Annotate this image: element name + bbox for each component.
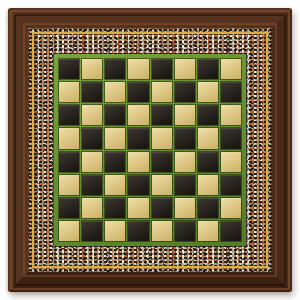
square-c1[interactable] — [105, 221, 125, 241]
square-h8[interactable] — [221, 59, 241, 79]
square-f8[interactable] — [175, 59, 195, 79]
square-c5[interactable] — [105, 128, 125, 148]
square-b6[interactable] — [82, 105, 102, 125]
square-a6[interactable] — [59, 105, 79, 125]
square-g7[interactable] — [198, 82, 218, 102]
square-c7[interactable] — [105, 82, 125, 102]
board-grid — [59, 59, 241, 241]
square-e8[interactable] — [152, 59, 172, 79]
square-g3[interactable] — [198, 175, 218, 195]
square-g5[interactable] — [198, 128, 218, 148]
square-e2[interactable] — [152, 198, 172, 218]
square-d5[interactable] — [128, 128, 148, 148]
square-f5[interactable] — [175, 128, 195, 148]
square-h5[interactable] — [221, 128, 241, 148]
square-g8[interactable] — [198, 59, 218, 79]
square-b7[interactable] — [82, 82, 102, 102]
square-d3[interactable] — [128, 175, 148, 195]
square-b5[interactable] — [82, 128, 102, 148]
square-a4[interactable] — [59, 152, 79, 172]
square-g1[interactable] — [198, 221, 218, 241]
square-a1[interactable] — [59, 221, 79, 241]
square-f3[interactable] — [175, 175, 195, 195]
square-f2[interactable] — [175, 198, 195, 218]
square-h7[interactable] — [221, 82, 241, 102]
square-e4[interactable] — [152, 152, 172, 172]
square-d2[interactable] — [128, 198, 148, 218]
square-a2[interactable] — [59, 198, 79, 218]
square-h1[interactable] — [221, 221, 241, 241]
checkerboard — [54, 54, 246, 246]
square-c6[interactable] — [105, 105, 125, 125]
square-e1[interactable] — [152, 221, 172, 241]
photo-background — [0, 0, 300, 300]
square-e5[interactable] — [152, 128, 172, 148]
square-c2[interactable] — [105, 198, 125, 218]
square-b2[interactable] — [82, 198, 102, 218]
square-c4[interactable] — [105, 152, 125, 172]
square-d7[interactable] — [128, 82, 148, 102]
square-b8[interactable] — [82, 59, 102, 79]
square-h2[interactable] — [221, 198, 241, 218]
square-b1[interactable] — [82, 221, 102, 241]
square-c3[interactable] — [105, 175, 125, 195]
square-d1[interactable] — [128, 221, 148, 241]
square-c8[interactable] — [105, 59, 125, 79]
square-e3[interactable] — [152, 175, 172, 195]
square-e6[interactable] — [152, 105, 172, 125]
square-h4[interactable] — [221, 152, 241, 172]
square-a3[interactable] — [59, 175, 79, 195]
square-d8[interactable] — [128, 59, 148, 79]
square-g2[interactable] — [198, 198, 218, 218]
square-a7[interactable] — [59, 82, 79, 102]
square-g6[interactable] — [198, 105, 218, 125]
square-f4[interactable] — [175, 152, 195, 172]
square-b4[interactable] — [82, 152, 102, 172]
square-a5[interactable] — [59, 128, 79, 148]
square-d4[interactable] — [128, 152, 148, 172]
square-h3[interactable] — [221, 175, 241, 195]
square-f7[interactable] — [175, 82, 195, 102]
square-b3[interactable] — [82, 175, 102, 195]
square-g4[interactable] — [198, 152, 218, 172]
square-f1[interactable] — [175, 221, 195, 241]
square-f6[interactable] — [175, 105, 195, 125]
square-d6[interactable] — [128, 105, 148, 125]
square-h6[interactable] — [221, 105, 241, 125]
square-e7[interactable] — [152, 82, 172, 102]
square-a8[interactable] — [59, 59, 79, 79]
